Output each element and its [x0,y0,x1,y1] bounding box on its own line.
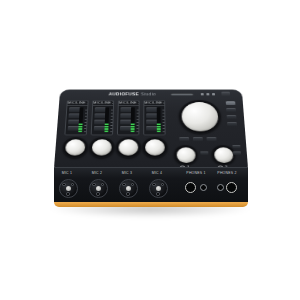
channel-controls [65,106,87,135]
channel-strip-3: MIC/LINE 3 [117,100,140,135]
level-meter-fill [157,124,161,133]
phones-1-quarter-jack [185,182,196,193]
audio-interface: AUDIOFUSEStudio MIC/LINE 1 M [54,68,248,207]
input-label: MIC 4 [152,171,162,175]
logo-text: AUDIOFUSEStudio [109,92,156,96]
meter-scale [110,109,112,132]
combo-input-jack-1 [59,179,78,198]
gain-knob-4 [142,137,168,158]
monitor-function-button [207,137,217,141]
input-label: MIC 1 [62,171,72,175]
monitor-function-button [179,137,189,141]
channel-strip-4: MIC/LINE 4 [143,100,165,135]
knob-cap [118,139,138,155]
xlr-pin [62,183,66,187]
level-meter [78,107,83,132]
level-meter-fill [131,124,135,133]
knob-cap [176,147,195,163]
monitor-volume-knob [178,100,222,134]
bottom-trim [54,202,248,207]
level-meter [104,107,109,132]
power-button [221,92,230,96]
combo-input-jack-3 [119,179,138,198]
monitor-function-button [193,137,203,141]
channel-controls [118,106,139,135]
xlr-pin [101,183,105,187]
front-panel: MIC 1 MIC 2 MIC 3 MIC 4 PHONES 1 PHONES … [54,167,248,202]
meter-scale [162,109,164,132]
xlr-pin [96,192,100,196]
level-meter [157,107,161,132]
channel-strip-1: MIC/LINE 1 [64,100,88,135]
edge-button [232,145,240,148]
xlr-pin [161,183,165,187]
channel-strip-2: MIC/LINE 2 [91,100,115,135]
phones-1-mini-jack [200,184,207,191]
xlr-pin [152,183,156,187]
trs-center [126,186,131,191]
meter-scale [84,109,87,132]
rear-marking [212,93,215,95]
gain-knob-3 [115,137,141,158]
level-meter [131,107,135,132]
xlr-pin [156,192,160,196]
phones-label: PHONES 2 [217,171,236,175]
xlr-pin [126,192,130,196]
combo-input-jack-2 [89,179,108,198]
photo-stage: AUDIOFUSEStudio MIC/LINE 1 M [0,0,300,300]
level-meter-fill [104,124,108,133]
trs-center [96,186,101,191]
xlr-pin [66,192,70,196]
phones-label: PHONES 1 [186,171,205,175]
knob-cap [145,139,165,155]
monitor-button [226,101,236,105]
knob-cap [181,102,219,131]
input-label: MIC 3 [122,171,132,175]
rear-marking [206,93,209,95]
channel-controls [92,106,113,135]
gain-knob-2 [88,137,114,158]
phones-select-button [200,151,208,154]
phones-2-quarter-jack [226,182,237,193]
level-meter-fill [78,124,82,133]
xlr-pin [122,183,126,187]
gain-knob-1 [61,137,88,158]
phones-2-mini-jack [217,184,224,191]
top-panel: AUDIOFUSEStudio MIC/LINE 1 M [54,89,248,168]
knob-cap [213,147,233,163]
brand-name: AUDIOFUSE [109,92,139,96]
channel-controls [144,106,164,135]
knob-cap [64,139,85,155]
monitor-section: 1 2 [171,100,244,168]
edge-button [233,151,241,154]
xlr-pin [131,183,135,187]
combo-input-jack-4 [149,179,168,198]
trs-center [66,186,71,191]
phones-volume-knob-1 [174,145,198,165]
monitor-button [227,115,237,119]
trs-center [156,186,161,191]
xlr-pin [92,183,96,187]
meter-scale [136,109,138,132]
model-name: Studio [141,92,156,96]
xlr-pin [71,183,75,187]
monitor-button [227,122,237,126]
talkback-mic-slot [171,93,194,95]
knob-cap [91,139,111,155]
input-label: MIC 2 [92,171,102,175]
monitor-button [226,108,236,112]
rear-marking [201,93,204,95]
